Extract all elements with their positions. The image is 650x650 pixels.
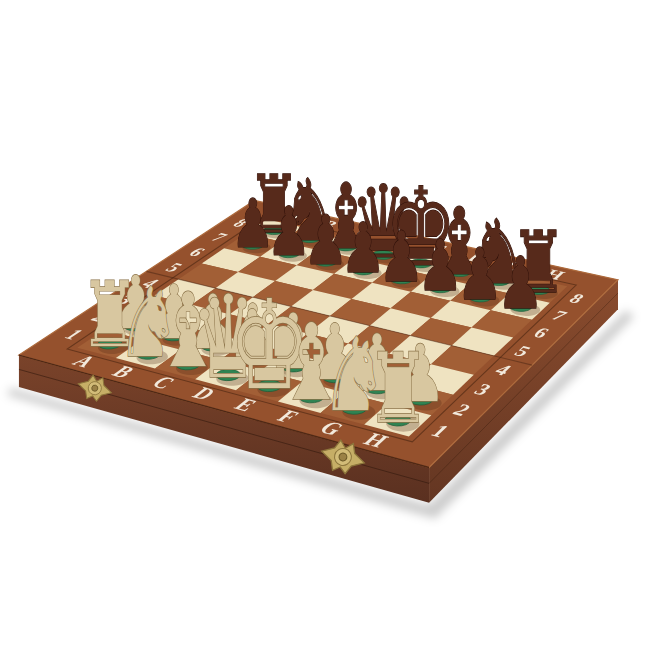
- piece-glyph-rook: ♜: [366, 332, 430, 445]
- piece-white-rook-h1[interactable]: ♜: [366, 332, 430, 445]
- piece-glyph-pawn: ♟: [497, 241, 544, 325]
- product-photo-scene: AABBCCDDEEFFGGHH1122334455667788♜♞♝♛♚♝♞♜…: [0, 0, 650, 650]
- chess-set-photo: AABBCCDDEEFFGGHH1122334455667788♜♞♝♛♚♝♞♜…: [0, 0, 650, 650]
- piece-black-pawn-h7[interactable]: ♟: [497, 241, 545, 325]
